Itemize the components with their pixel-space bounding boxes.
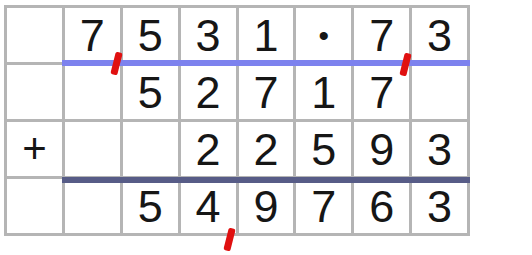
grid-cell-r3c3: [123, 122, 178, 176]
grid-cell-r1c2: 7: [65, 8, 120, 62]
worksheet-grid: 7 5 3 1 • 7 3 5 2 7 1 7 + 2 2 5 9 3 5 4 …: [4, 5, 470, 236]
grid-cell-r1c7: 7: [354, 8, 409, 62]
grid-cell-r3c6: 5: [296, 122, 351, 176]
grid-cell-r4c4: 4: [181, 179, 236, 233]
grid-cell-r2c3: 5: [123, 65, 178, 119]
grid-cell-r3c4: 2: [181, 122, 236, 176]
multiplication-dot-icon: •: [296, 8, 351, 62]
grid-cell-r4c5: 9: [239, 179, 294, 233]
grid-cell-r3c5: 2: [239, 122, 294, 176]
multiplication-worksheet: 7 5 3 1 • 7 3 5 2 7 1 7 + 2 2 5 9 3 5 4 …: [0, 0, 532, 255]
grid-cell-r4c2: [65, 179, 120, 233]
grid-cell-r2c6: 1: [296, 65, 351, 119]
grid-cell-r2c4: 2: [181, 65, 236, 119]
result-line: [62, 177, 470, 183]
grid-cell-r3c2: [65, 122, 120, 176]
grid-cell-r4c8: 3: [412, 179, 467, 233]
grid-cell-r2c8: [412, 65, 467, 119]
grid-cell-r3c7: 9: [354, 122, 409, 176]
grid-cell-r3c8: 3: [412, 122, 467, 176]
grid-cell-r1c1: [7, 8, 62, 62]
grid-cell-r2c5: 7: [239, 65, 294, 119]
grid-cell-r4c1: [7, 179, 62, 233]
grid-cell-r2c1: [7, 65, 62, 119]
plus-sign: +: [7, 122, 62, 176]
grid-cell-r1c4: 3: [181, 8, 236, 62]
grid-cell-r4c7: 6: [354, 179, 409, 233]
grid-cell-r1c8: 3: [412, 8, 467, 62]
grid-cell-r1c5: 1: [239, 8, 294, 62]
grid-cell-r4c6: 7: [296, 179, 351, 233]
grid-cell-r1c3: 5: [123, 8, 178, 62]
grid-cell-r4c3: 5: [123, 179, 178, 233]
